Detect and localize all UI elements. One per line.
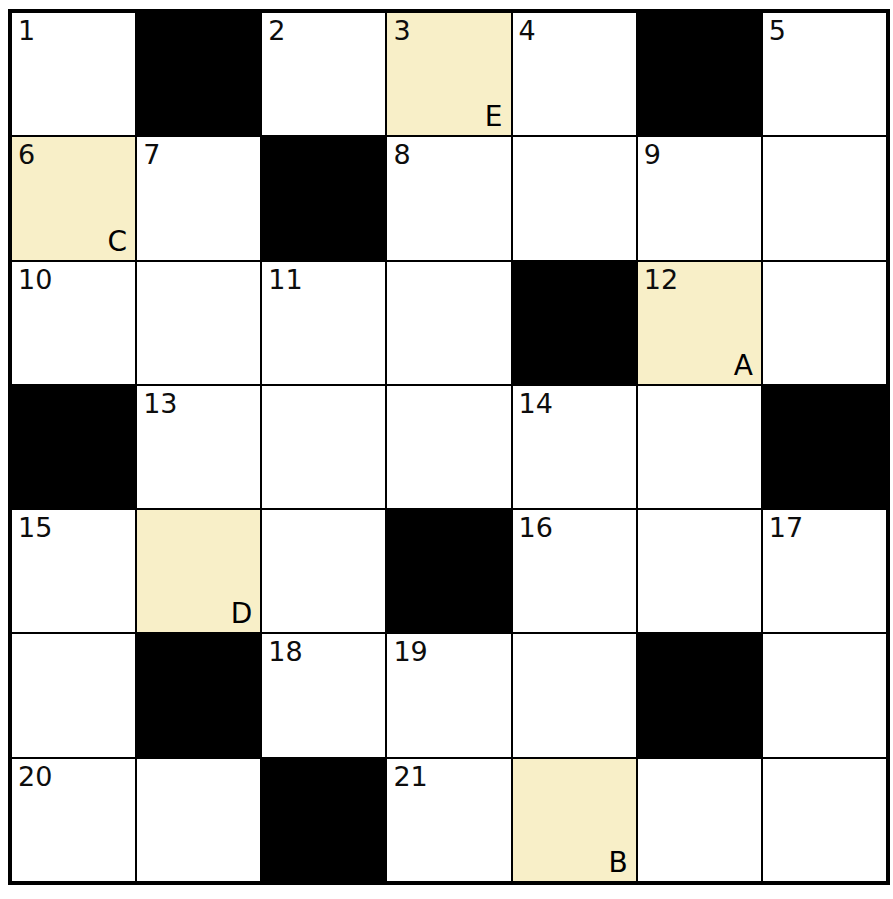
cell-r1c6[interactable] xyxy=(763,137,886,259)
clue-number: 17 xyxy=(769,512,803,543)
clue-number: 8 xyxy=(393,139,410,170)
clue-number: 21 xyxy=(393,761,427,792)
clue-number: 10 xyxy=(18,264,52,295)
cell-r6c6[interactable] xyxy=(763,759,886,881)
cell-r1c4[interactable] xyxy=(513,137,636,259)
black-cell-r4c3 xyxy=(387,510,510,632)
cell-r6c1[interactable] xyxy=(137,759,260,881)
cell-r1c5[interactable]: 9 xyxy=(638,137,761,259)
cell-r2c2[interactable]: 11 xyxy=(262,262,385,384)
highlight-label: A xyxy=(734,352,753,380)
clue-number: 2 xyxy=(268,15,285,46)
black-cell-r6c2 xyxy=(262,759,385,881)
clue-number: 12 xyxy=(644,264,678,295)
cell-r0c3[interactable]: 3E xyxy=(387,13,510,135)
black-cell-r3c0 xyxy=(12,386,135,508)
cell-r5c3[interactable]: 19 xyxy=(387,634,510,756)
cell-r6c4[interactable]: B xyxy=(513,759,636,881)
cell-r4c6[interactable]: 17 xyxy=(763,510,886,632)
cell-r6c5[interactable] xyxy=(638,759,761,881)
cell-r3c2[interactable] xyxy=(262,386,385,508)
cell-r5c6[interactable] xyxy=(763,634,886,756)
clue-number: 7 xyxy=(143,139,160,170)
clue-number: 13 xyxy=(143,388,177,419)
clue-number: 3 xyxy=(393,15,410,46)
cell-r4c1[interactable]: D xyxy=(137,510,260,632)
black-cell-r3c6 xyxy=(763,386,886,508)
highlight-label: D xyxy=(231,600,253,628)
highlight-label: B xyxy=(608,849,627,877)
cell-r2c0[interactable]: 10 xyxy=(12,262,135,384)
cell-r5c2[interactable]: 18 xyxy=(262,634,385,756)
cell-r0c0[interactable]: 1 xyxy=(12,13,135,135)
cell-r2c6[interactable] xyxy=(763,262,886,384)
cell-r3c5[interactable] xyxy=(638,386,761,508)
black-cell-r5c1 xyxy=(137,634,260,756)
clue-number: 19 xyxy=(393,636,427,667)
black-cell-r0c1 xyxy=(137,13,260,135)
clue-number: 9 xyxy=(644,139,661,170)
cell-r4c5[interactable] xyxy=(638,510,761,632)
crossword-board: 123E456C789101112A131415D161718192021B xyxy=(8,9,890,885)
black-cell-r5c5 xyxy=(638,634,761,756)
cell-r3c1[interactable]: 13 xyxy=(137,386,260,508)
cell-r5c4[interactable] xyxy=(513,634,636,756)
cell-r3c3[interactable] xyxy=(387,386,510,508)
clue-number: 4 xyxy=(519,15,536,46)
black-cell-r2c4 xyxy=(513,262,636,384)
clue-number: 11 xyxy=(268,264,302,295)
cell-r5c0[interactable] xyxy=(12,634,135,756)
cell-r1c3[interactable]: 8 xyxy=(387,137,510,259)
cell-r2c1[interactable] xyxy=(137,262,260,384)
cell-r4c4[interactable]: 16 xyxy=(513,510,636,632)
clue-number: 5 xyxy=(769,15,786,46)
clue-number: 20 xyxy=(18,761,52,792)
clue-number: 15 xyxy=(18,512,52,543)
highlight-label: E xyxy=(485,103,503,131)
black-cell-r1c2 xyxy=(262,137,385,259)
cell-r0c6[interactable]: 5 xyxy=(763,13,886,135)
clue-number: 6 xyxy=(18,139,35,170)
clue-number: 14 xyxy=(519,388,553,419)
cell-r1c1[interactable]: 7 xyxy=(137,137,260,259)
clue-number: 1 xyxy=(18,15,35,46)
black-cell-r0c5 xyxy=(638,13,761,135)
cell-r6c3[interactable]: 21 xyxy=(387,759,510,881)
cell-r0c4[interactable]: 4 xyxy=(513,13,636,135)
clue-number: 16 xyxy=(519,512,553,543)
clue-number: 18 xyxy=(268,636,302,667)
cell-r3c4[interactable]: 14 xyxy=(513,386,636,508)
cell-r2c5[interactable]: 12A xyxy=(638,262,761,384)
cell-r4c2[interactable] xyxy=(262,510,385,632)
cell-r6c0[interactable]: 20 xyxy=(12,759,135,881)
highlight-label: C xyxy=(108,228,128,256)
cell-r4c0[interactable]: 15 xyxy=(12,510,135,632)
cell-r0c2[interactable]: 2 xyxy=(262,13,385,135)
cell-r1c0[interactable]: 6C xyxy=(12,137,135,259)
cell-r2c3[interactable] xyxy=(387,262,510,384)
